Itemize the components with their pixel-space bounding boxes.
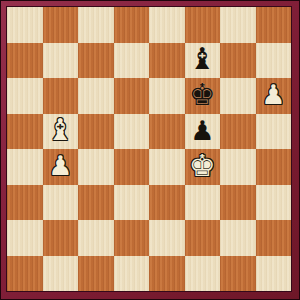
black-bishop[interactable]: ♝ — [185, 43, 221, 79]
square-c6[interactable] — [78, 78, 114, 114]
square-h1[interactable] — [256, 256, 292, 292]
white-pawn[interactable]: ♟ — [43, 149, 79, 185]
square-g7[interactable] — [220, 43, 256, 79]
square-d5[interactable] — [114, 114, 150, 150]
square-a6[interactable] — [7, 78, 43, 114]
square-b5[interactable]: ♝ — [43, 114, 79, 150]
white-pawn[interactable]: ♟ — [256, 78, 292, 114]
square-c2[interactable] — [78, 220, 114, 256]
white-king[interactable]: ♚ — [185, 149, 221, 185]
square-c5[interactable] — [78, 114, 114, 150]
square-a5[interactable] — [7, 114, 43, 150]
square-g1[interactable] — [220, 256, 256, 292]
square-a3[interactable] — [7, 185, 43, 221]
black-pawn[interactable]: ♟ — [185, 114, 221, 150]
square-c4[interactable] — [78, 149, 114, 185]
square-a1[interactable] — [7, 256, 43, 292]
square-c7[interactable] — [78, 43, 114, 79]
square-c8[interactable] — [78, 7, 114, 43]
square-d4[interactable] — [114, 149, 150, 185]
square-h3[interactable] — [256, 185, 292, 221]
square-g5[interactable] — [220, 114, 256, 150]
square-g3[interactable] — [220, 185, 256, 221]
square-f3[interactable] — [185, 185, 221, 221]
square-g2[interactable] — [220, 220, 256, 256]
square-a8[interactable] — [7, 7, 43, 43]
square-g8[interactable] — [220, 7, 256, 43]
square-b2[interactable] — [43, 220, 79, 256]
square-d6[interactable] — [114, 78, 150, 114]
square-h4[interactable] — [256, 149, 292, 185]
square-f6[interactable]: ♚ — [185, 78, 221, 114]
square-f5[interactable]: ♟ — [185, 114, 221, 150]
square-f8[interactable] — [185, 7, 221, 43]
square-g6[interactable] — [220, 78, 256, 114]
white-bishop[interactable]: ♝ — [43, 114, 79, 150]
square-f2[interactable] — [185, 220, 221, 256]
square-f1[interactable] — [185, 256, 221, 292]
square-e2[interactable] — [149, 220, 185, 256]
square-f7[interactable]: ♝ — [185, 43, 221, 79]
square-d1[interactable] — [114, 256, 150, 292]
square-h8[interactable] — [256, 7, 292, 43]
square-a2[interactable] — [7, 220, 43, 256]
square-e1[interactable] — [149, 256, 185, 292]
square-e8[interactable] — [149, 7, 185, 43]
square-e5[interactable] — [149, 114, 185, 150]
square-b8[interactable] — [43, 7, 79, 43]
square-h2[interactable] — [256, 220, 292, 256]
square-h6[interactable]: ♟ — [256, 78, 292, 114]
square-a7[interactable] — [7, 43, 43, 79]
black-king[interactable]: ♚ — [185, 78, 221, 114]
square-b4[interactable]: ♟ — [43, 149, 79, 185]
square-c1[interactable] — [78, 256, 114, 292]
square-b7[interactable] — [43, 43, 79, 79]
square-d7[interactable] — [114, 43, 150, 79]
square-f4[interactable]: ♚ — [185, 149, 221, 185]
square-h7[interactable] — [256, 43, 292, 79]
square-d8[interactable] — [114, 7, 150, 43]
square-b3[interactable] — [43, 185, 79, 221]
square-e6[interactable] — [149, 78, 185, 114]
square-b6[interactable] — [43, 78, 79, 114]
square-h5[interactable] — [256, 114, 292, 150]
square-d2[interactable] — [114, 220, 150, 256]
square-c3[interactable] — [78, 185, 114, 221]
square-e3[interactable] — [149, 185, 185, 221]
square-d3[interactable] — [114, 185, 150, 221]
square-e7[interactable] — [149, 43, 185, 79]
board-frame: ♝♚♟♝♟♟♚ — [0, 0, 300, 300]
square-e4[interactable] — [149, 149, 185, 185]
square-g4[interactable] — [220, 149, 256, 185]
chess-board: ♝♚♟♝♟♟♚ — [7, 7, 291, 291]
square-b1[interactable] — [43, 256, 79, 292]
square-a4[interactable] — [7, 149, 43, 185]
